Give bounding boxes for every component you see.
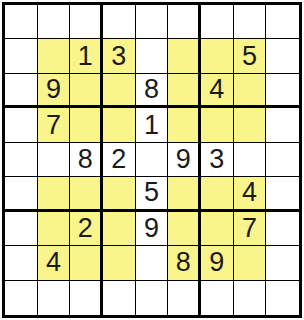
cell-r5c2[interactable] (38, 143, 71, 177)
cell-r3c6[interactable] (168, 74, 201, 108)
cell-r8c4[interactable] (103, 246, 136, 280)
cell-r3c7[interactable]: 4 (201, 74, 234, 108)
cell-r4c5[interactable]: 1 (136, 108, 169, 142)
cell-r1c5[interactable] (136, 5, 169, 39)
cell-r5c8[interactable] (234, 143, 267, 177)
cell-r9c8[interactable] (234, 281, 267, 315)
cell-r6c7[interactable] (201, 177, 234, 211)
cell-r8c2[interactable]: 4 (38, 246, 71, 280)
cell-r8c3[interactable] (70, 246, 103, 280)
cell-r1c3[interactable] (70, 5, 103, 39)
cell-r9c4[interactable] (103, 281, 136, 315)
cell-r5c4[interactable]: 2 (103, 143, 136, 177)
cell-r6c8[interactable]: 4 (234, 177, 267, 211)
cell-r4c9[interactable] (266, 108, 299, 142)
cell-r4c3[interactable] (70, 108, 103, 142)
cell-r5c7[interactable]: 3 (201, 143, 234, 177)
cell-r2c9[interactable] (266, 39, 299, 73)
cell-r6c1[interactable] (5, 177, 38, 211)
cell-r3c1[interactable] (5, 74, 38, 108)
cell-r7c2[interactable] (38, 212, 71, 246)
cell-r7c9[interactable] (266, 212, 299, 246)
cell-r3c2[interactable]: 9 (38, 74, 71, 108)
cell-r1c4[interactable] (103, 5, 136, 39)
cell-r2c1[interactable] (5, 39, 38, 73)
cell-r5c3[interactable]: 8 (70, 143, 103, 177)
cell-r5c6[interactable]: 9 (168, 143, 201, 177)
cell-r8c5[interactable] (136, 246, 169, 280)
cell-r8c7[interactable]: 9 (201, 246, 234, 280)
cell-r7c7[interactable] (201, 212, 234, 246)
cell-r6c6[interactable] (168, 177, 201, 211)
cell-r3c5[interactable]: 8 (136, 74, 169, 108)
cell-r4c6[interactable] (168, 108, 201, 142)
cell-r9c5[interactable] (136, 281, 169, 315)
cell-r7c5[interactable]: 9 (136, 212, 169, 246)
cell-r8c9[interactable] (266, 246, 299, 280)
cell-r9c7[interactable] (201, 281, 234, 315)
cell-r3c4[interactable] (103, 74, 136, 108)
cell-r5c5[interactable] (136, 143, 169, 177)
cell-r6c2[interactable] (38, 177, 71, 211)
cell-r2c8[interactable]: 5 (234, 39, 267, 73)
cell-r7c8[interactable]: 7 (234, 212, 267, 246)
cell-r1c7[interactable] (201, 5, 234, 39)
cell-r7c4[interactable] (103, 212, 136, 246)
cell-r2c6[interactable] (168, 39, 201, 73)
cell-r4c1[interactable] (5, 108, 38, 142)
cell-r1c6[interactable] (168, 5, 201, 39)
cell-r3c3[interactable] (70, 74, 103, 108)
cell-r9c9[interactable] (266, 281, 299, 315)
cell-r6c9[interactable] (266, 177, 299, 211)
cell-r2c3[interactable]: 1 (70, 39, 103, 73)
cell-r9c3[interactable] (70, 281, 103, 315)
cell-r9c2[interactable] (38, 281, 71, 315)
cell-r4c2[interactable]: 7 (38, 108, 71, 142)
cell-r9c6[interactable] (168, 281, 201, 315)
cell-r7c1[interactable] (5, 212, 38, 246)
cell-r7c6[interactable] (168, 212, 201, 246)
cell-r2c5[interactable] (136, 39, 169, 73)
cell-r8c8[interactable] (234, 246, 267, 280)
cell-r4c7[interactable] (201, 108, 234, 142)
cell-r2c4[interactable]: 3 (103, 39, 136, 73)
cell-r2c2[interactable] (38, 39, 71, 73)
cell-r1c8[interactable] (234, 5, 267, 39)
cell-r3c9[interactable] (266, 74, 299, 108)
cell-r1c2[interactable] (38, 5, 71, 39)
cell-r8c6[interactable]: 8 (168, 246, 201, 280)
cell-r8c1[interactable] (5, 246, 38, 280)
cell-r9c1[interactable] (5, 281, 38, 315)
cell-r3c8[interactable] (234, 74, 267, 108)
cell-r5c1[interactable] (5, 143, 38, 177)
cell-r4c8[interactable] (234, 108, 267, 142)
cell-r1c1[interactable] (5, 5, 38, 39)
cell-r6c4[interactable] (103, 177, 136, 211)
cell-r2c7[interactable] (201, 39, 234, 73)
cell-r6c3[interactable] (70, 177, 103, 211)
cell-r6c5[interactable]: 5 (136, 177, 169, 211)
cell-r4c4[interactable] (103, 108, 136, 142)
cell-r1c9[interactable] (266, 5, 299, 39)
cell-r7c3[interactable]: 2 (70, 212, 103, 246)
cell-r5c9[interactable] (266, 143, 299, 177)
sudoku-board: 13598471829354297489 (2, 2, 302, 318)
